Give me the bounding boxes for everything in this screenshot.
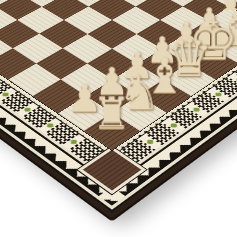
piece-white-rook: ♜ (73, 92, 152, 136)
chess-board: ♜♞♝♛♚♝♞♜♟♟♟♟♟♟♟♟♟♟♟♟♟♟♟♟♜♞♝♛♚♝♞♜ (0, 0, 237, 222)
piece-black-pawn: ♟ (0, 3, 1, 38)
photo-scene: ♜♞♝♛♚♝♞♜♟♟♟♟♟♟♟♟♟♟♟♟♟♟♟♟♜♞♝♛♚♝♞♜ (0, 0, 237, 237)
